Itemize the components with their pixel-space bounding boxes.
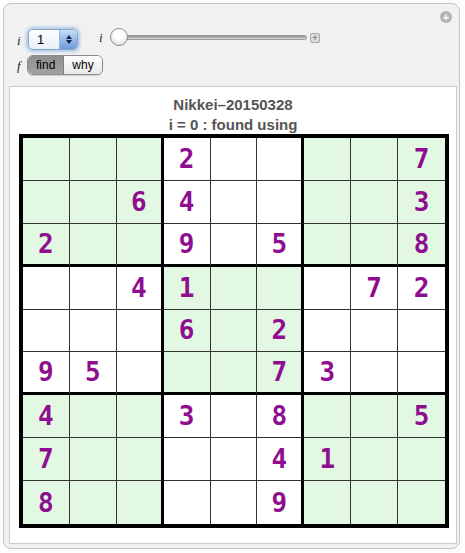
sudoku-cell-r6c6: 7 bbox=[257, 352, 304, 395]
sudoku-cell-r9c7 bbox=[304, 481, 351, 524]
screenshot: + i 1 i + f find why Nikkei–20150328 i =… bbox=[0, 0, 465, 553]
sudoku-cell-r5c8 bbox=[351, 310, 398, 353]
slider-expand-icon[interactable]: + bbox=[310, 33, 320, 43]
sudoku-cell-r4c9: 2 bbox=[398, 267, 445, 310]
sudoku-cell-r3c6: 5 bbox=[257, 224, 304, 267]
sudoku-cell-r9c1: 8 bbox=[23, 481, 70, 524]
dropdown-stepper-icon[interactable] bbox=[59, 30, 77, 49]
sudoku-cell-r8c3 bbox=[117, 438, 164, 481]
sudoku-cell-r5c2 bbox=[70, 310, 117, 353]
sudoku-cell-r4c4: 1 bbox=[164, 267, 211, 310]
sudoku-cell-r5c6: 2 bbox=[257, 310, 304, 353]
sudoku-cell-r8c4 bbox=[164, 438, 211, 481]
sudoku-cell-r3c3 bbox=[117, 224, 164, 267]
i-slider-track[interactable] bbox=[111, 35, 307, 40]
i-slider-thumb[interactable] bbox=[110, 28, 128, 46]
sudoku-cell-r8c7: 1 bbox=[304, 438, 351, 481]
sudoku-cell-r6c4 bbox=[164, 352, 211, 395]
why-button[interactable]: why bbox=[64, 56, 101, 74]
sudoku-cell-r2c7 bbox=[304, 181, 351, 224]
sudoku-cell-r6c3 bbox=[117, 352, 164, 395]
sudoku-cell-r4c8: 7 bbox=[351, 267, 398, 310]
sudoku-cell-r3c4: 9 bbox=[164, 224, 211, 267]
sudoku-cell-r2c1 bbox=[23, 181, 70, 224]
sudoku-cell-r7c2 bbox=[70, 395, 117, 438]
sudoku-cell-r9c9 bbox=[398, 481, 445, 524]
find-button[interactable]: find bbox=[28, 56, 64, 74]
sudoku-cell-r6c9 bbox=[398, 352, 445, 395]
sudoku-cell-r3c1: 2 bbox=[23, 224, 70, 267]
puzzle-title: Nikkei–20150328 bbox=[10, 96, 456, 113]
sudoku-cell-r8c8 bbox=[351, 438, 398, 481]
sudoku-board: 2764329584172629573438574189 bbox=[19, 134, 449, 528]
sudoku-cell-r1c1 bbox=[23, 138, 70, 181]
down-arrow-icon bbox=[66, 40, 72, 44]
sudoku-cell-r7c3 bbox=[117, 395, 164, 438]
dropdown-value: 1 bbox=[29, 30, 59, 49]
sudoku-cell-r6c8 bbox=[351, 352, 398, 395]
sudoku-cell-r3c2 bbox=[70, 224, 117, 267]
i-dropdown[interactable]: 1 bbox=[28, 29, 78, 50]
sudoku-cell-r7c6: 8 bbox=[257, 395, 304, 438]
toggle-label: f bbox=[17, 58, 21, 74]
sudoku-cell-r4c5 bbox=[211, 267, 258, 310]
sudoku-cell-r9c3 bbox=[117, 481, 164, 524]
sudoku-cell-r2c9: 3 bbox=[398, 181, 445, 224]
sudoku-cell-r8c1: 7 bbox=[23, 438, 70, 481]
sudoku-cell-r2c2 bbox=[70, 181, 117, 224]
content-panel: Nikkei–20150328 i = 0 : found using 2764… bbox=[9, 86, 457, 544]
sudoku-cell-r7c8 bbox=[351, 395, 398, 438]
status-line: i = 0 : found using bbox=[10, 116, 456, 133]
sudoku-cell-r7c1: 4 bbox=[23, 395, 70, 438]
up-arrow-icon bbox=[66, 35, 72, 39]
sudoku-cell-r6c7: 3 bbox=[304, 352, 351, 395]
sudoku-cell-r1c2 bbox=[70, 138, 117, 181]
sudoku-cell-r1c6 bbox=[257, 138, 304, 181]
sudoku-cell-r9c5 bbox=[211, 481, 258, 524]
sudoku-cell-r3c8 bbox=[351, 224, 398, 267]
sudoku-cell-r5c9 bbox=[398, 310, 445, 353]
slider-label: i bbox=[99, 30, 103, 46]
manipulate-widget: + i 1 i + f find why Nikkei–20150328 i =… bbox=[3, 3, 460, 549]
sudoku-cell-r2c3: 6 bbox=[117, 181, 164, 224]
sudoku-cell-r4c2 bbox=[70, 267, 117, 310]
sudoku-cell-r8c9 bbox=[398, 438, 445, 481]
sudoku-cell-r2c5 bbox=[211, 181, 258, 224]
sudoku-cell-r1c3 bbox=[117, 138, 164, 181]
sudoku-cell-r9c2 bbox=[70, 481, 117, 524]
sudoku-cell-r8c2 bbox=[70, 438, 117, 481]
sudoku-cell-r6c5 bbox=[211, 352, 258, 395]
sudoku-cell-r4c7 bbox=[304, 267, 351, 310]
sudoku-cell-r9c4 bbox=[164, 481, 211, 524]
sudoku-cell-r1c8 bbox=[351, 138, 398, 181]
expand-plus-icon[interactable]: + bbox=[440, 11, 452, 23]
find-why-toggle: find why bbox=[27, 55, 103, 75]
sudoku-cell-r9c6: 9 bbox=[257, 481, 304, 524]
sudoku-cell-r6c1: 9 bbox=[23, 352, 70, 395]
sudoku-cell-r1c5 bbox=[211, 138, 258, 181]
sudoku-cell-r5c3 bbox=[117, 310, 164, 353]
sudoku-cell-r3c9: 8 bbox=[398, 224, 445, 267]
sudoku-cell-r7c9: 5 bbox=[398, 395, 445, 438]
sudoku-cell-r4c6 bbox=[257, 267, 304, 310]
sudoku-cell-r1c9: 7 bbox=[398, 138, 445, 181]
sudoku-cell-r3c5 bbox=[211, 224, 258, 267]
sudoku-cell-r4c1 bbox=[23, 267, 70, 310]
sudoku-cell-r1c4: 2 bbox=[164, 138, 211, 181]
sudoku-cell-r5c1 bbox=[23, 310, 70, 353]
dropdown-label: i bbox=[17, 33, 21, 49]
sudoku-cell-r2c8 bbox=[351, 181, 398, 224]
sudoku-cell-r2c4: 4 bbox=[164, 181, 211, 224]
sudoku-cell-r4c3: 4 bbox=[117, 267, 164, 310]
sudoku-cell-r3c7 bbox=[304, 224, 351, 267]
sudoku-cell-r5c7 bbox=[304, 310, 351, 353]
sudoku-cell-r9c8 bbox=[351, 481, 398, 524]
sudoku-cell-r1c7 bbox=[304, 138, 351, 181]
sudoku-cell-r5c5 bbox=[211, 310, 258, 353]
sudoku-cell-r7c5 bbox=[211, 395, 258, 438]
sudoku-cell-r5c4: 6 bbox=[164, 310, 211, 353]
sudoku-cell-r8c5 bbox=[211, 438, 258, 481]
sudoku-cell-r8c6: 4 bbox=[257, 438, 304, 481]
sudoku-cell-r7c4: 3 bbox=[164, 395, 211, 438]
sudoku-cell-r6c2: 5 bbox=[70, 352, 117, 395]
sudoku-cell-r2c6 bbox=[257, 181, 304, 224]
sudoku-cell-r7c7 bbox=[304, 395, 351, 438]
